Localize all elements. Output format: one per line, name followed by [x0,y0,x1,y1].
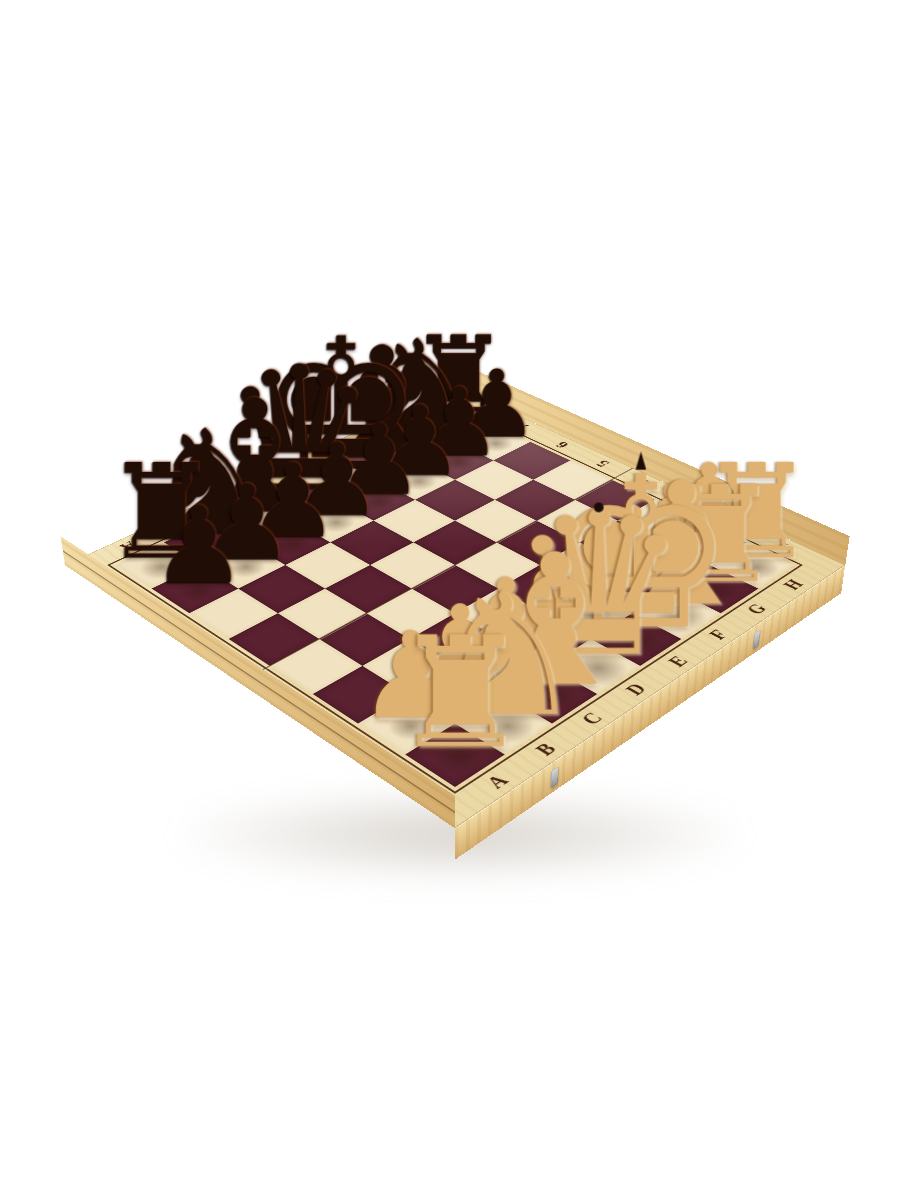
pawn-glyph: ♟ [151,502,246,591]
chess-board-3d: ABCDEFGH ABCDEFGH 87654321 87654321 ♜♞♟♝… [65,387,846,829]
metal-latch [753,629,760,648]
metal-latch [551,766,559,787]
rook-glyph: ♜ [392,629,529,757]
